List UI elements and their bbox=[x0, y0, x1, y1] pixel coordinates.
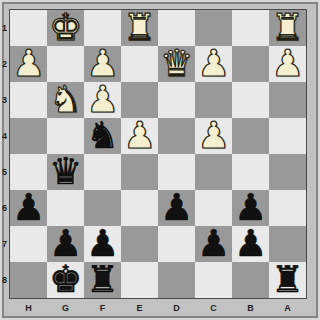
square-g5[interactable]: ♛ bbox=[47, 154, 84, 190]
piece-white-pawn[interactable]: ♟ bbox=[86, 45, 119, 82]
piece-black-knight[interactable]: ♞ bbox=[86, 117, 119, 154]
square-b4[interactable] bbox=[232, 118, 269, 154]
square-f5[interactable] bbox=[84, 154, 121, 190]
square-b8[interactable] bbox=[232, 262, 269, 298]
file-label: G bbox=[47, 301, 84, 315]
square-c5[interactable] bbox=[195, 154, 232, 190]
square-f4[interactable]: ♞ bbox=[84, 118, 121, 154]
file-label: D bbox=[158, 301, 195, 315]
piece-black-pawn[interactable]: ♟ bbox=[234, 189, 267, 226]
piece-black-pawn[interactable]: ♟ bbox=[49, 225, 82, 262]
piece-white-pawn[interactable]: ♟ bbox=[123, 117, 156, 154]
rank-label: 3 bbox=[0, 82, 9, 118]
piece-white-rook[interactable]: ♜ bbox=[271, 9, 304, 46]
square-h6[interactable]: ♟ bbox=[10, 190, 47, 226]
square-b7[interactable]: ♟ bbox=[232, 226, 269, 262]
square-d6[interactable]: ♟ bbox=[158, 190, 195, 226]
rank-labels: 12345678 bbox=[0, 10, 9, 298]
piece-white-pawn[interactable]: ♟ bbox=[86, 81, 119, 118]
piece-black-pawn[interactable]: ♟ bbox=[160, 189, 193, 226]
piece-black-pawn[interactable]: ♟ bbox=[234, 225, 267, 262]
square-b3[interactable] bbox=[232, 82, 269, 118]
square-e7[interactable] bbox=[121, 226, 158, 262]
square-h8[interactable] bbox=[10, 262, 47, 298]
rank-label: 6 bbox=[0, 190, 9, 226]
board-frame: 12345678 ♚♜♜♟♟♛♟♟♞♟♞♟♟♛♟♟♟♟♟♟♟♚♜♜ HGFEDC… bbox=[0, 0, 320, 320]
square-d7[interactable] bbox=[158, 226, 195, 262]
square-h3[interactable] bbox=[10, 82, 47, 118]
square-f8[interactable]: ♜ bbox=[84, 262, 121, 298]
file-label: F bbox=[84, 301, 121, 315]
square-a3[interactable] bbox=[269, 82, 306, 118]
piece-black-rook[interactable]: ♜ bbox=[271, 261, 304, 298]
piece-white-pawn[interactable]: ♟ bbox=[12, 45, 45, 82]
square-d8[interactable] bbox=[158, 262, 195, 298]
square-e6[interactable] bbox=[121, 190, 158, 226]
square-d3[interactable] bbox=[158, 82, 195, 118]
square-d2[interactable]: ♛ bbox=[158, 46, 195, 82]
rank-label: 2 bbox=[0, 46, 9, 82]
piece-black-king[interactable]: ♚ bbox=[49, 261, 82, 298]
square-b1[interactable] bbox=[232, 10, 269, 46]
chess-board[interactable]: ♚♜♜♟♟♛♟♟♞♟♞♟♟♛♟♟♟♟♟♟♟♚♜♜ bbox=[9, 9, 307, 299]
file-label: E bbox=[121, 301, 158, 315]
piece-white-pawn[interactable]: ♟ bbox=[197, 45, 230, 82]
square-e2[interactable] bbox=[121, 46, 158, 82]
file-label: B bbox=[232, 301, 269, 315]
piece-white-king[interactable]: ♚ bbox=[49, 9, 82, 46]
square-a8[interactable]: ♜ bbox=[269, 262, 306, 298]
file-label: H bbox=[10, 301, 47, 315]
square-h2[interactable]: ♟ bbox=[10, 46, 47, 82]
square-e1[interactable]: ♜ bbox=[121, 10, 158, 46]
square-g8[interactable]: ♚ bbox=[47, 262, 84, 298]
piece-black-pawn[interactable]: ♟ bbox=[197, 225, 230, 262]
square-e4[interactable]: ♟ bbox=[121, 118, 158, 154]
piece-black-queen[interactable]: ♛ bbox=[49, 153, 82, 190]
rank-label: 7 bbox=[0, 226, 9, 262]
square-g3[interactable]: ♞ bbox=[47, 82, 84, 118]
piece-white-knight[interactable]: ♞ bbox=[49, 81, 82, 118]
file-labels: HGFEDCBA bbox=[10, 301, 306, 315]
square-a4[interactable] bbox=[269, 118, 306, 154]
file-label: A bbox=[269, 301, 306, 315]
square-h7[interactable] bbox=[10, 226, 47, 262]
rank-label: 5 bbox=[0, 154, 9, 190]
square-a6[interactable] bbox=[269, 190, 306, 226]
piece-black-pawn[interactable]: ♟ bbox=[86, 225, 119, 262]
square-a2[interactable]: ♟ bbox=[269, 46, 306, 82]
square-e8[interactable] bbox=[121, 262, 158, 298]
square-b2[interactable] bbox=[232, 46, 269, 82]
square-a5[interactable] bbox=[269, 154, 306, 190]
file-label: C bbox=[195, 301, 232, 315]
square-d4[interactable] bbox=[158, 118, 195, 154]
square-c2[interactable]: ♟ bbox=[195, 46, 232, 82]
piece-white-pawn[interactable]: ♟ bbox=[271, 45, 304, 82]
square-e5[interactable] bbox=[121, 154, 158, 190]
rank-label: 4 bbox=[0, 118, 9, 154]
square-c4[interactable]: ♟ bbox=[195, 118, 232, 154]
piece-white-pawn[interactable]: ♟ bbox=[197, 117, 230, 154]
square-c7[interactable]: ♟ bbox=[195, 226, 232, 262]
piece-black-pawn[interactable]: ♟ bbox=[12, 189, 45, 226]
rank-label: 1 bbox=[0, 10, 9, 46]
square-g1[interactable]: ♚ bbox=[47, 10, 84, 46]
piece-black-rook[interactable]: ♜ bbox=[86, 261, 119, 298]
square-h4[interactable] bbox=[10, 118, 47, 154]
piece-white-rook[interactable]: ♜ bbox=[123, 9, 156, 46]
square-c8[interactable] bbox=[195, 262, 232, 298]
rank-label: 8 bbox=[0, 262, 9, 298]
piece-white-queen[interactable]: ♛ bbox=[160, 45, 193, 82]
